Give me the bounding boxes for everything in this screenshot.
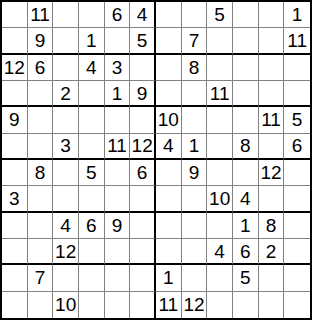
sudoku-cell-empty[interactable] xyxy=(28,292,54,318)
sudoku-cell-given[interactable]: 8 xyxy=(182,55,208,81)
sudoku-cell-empty[interactable] xyxy=(207,160,233,186)
sudoku-cell-empty[interactable] xyxy=(28,81,54,107)
sudoku-cell-given[interactable]: 1 xyxy=(284,2,310,28)
sudoku-cell-empty[interactable] xyxy=(182,186,208,212)
sudoku-cell-given[interactable]: 4 xyxy=(79,55,105,81)
sudoku-cell-given[interactable]: 6 xyxy=(79,213,105,239)
sudoku-cell-empty[interactable] xyxy=(53,2,79,28)
sudoku-cell-given[interactable]: 1 xyxy=(182,134,208,160)
sudoku-cell-given[interactable]: 1 xyxy=(79,28,105,54)
sudoku-cell-empty[interactable] xyxy=(2,160,28,186)
sudoku-cell-empty[interactable] xyxy=(53,107,79,133)
sudoku-cell-empty[interactable] xyxy=(105,186,131,212)
sudoku-cell-empty[interactable] xyxy=(259,186,285,212)
sudoku-cell-empty[interactable] xyxy=(284,265,310,291)
sudoku-cell-empty[interactable] xyxy=(130,239,156,265)
sudoku-cell-empty[interactable] xyxy=(105,265,131,291)
sudoku-cell-empty[interactable] xyxy=(105,239,131,265)
sudoku-cell-empty[interactable] xyxy=(182,81,208,107)
sudoku-cell-empty[interactable] xyxy=(53,265,79,291)
sudoku-cell-given[interactable]: 6 xyxy=(105,2,131,28)
sudoku-cell-empty[interactable] xyxy=(28,213,54,239)
sudoku-cell-given[interactable]: 3 xyxy=(53,134,79,160)
sudoku-cell-given[interactable]: 6 xyxy=(130,160,156,186)
sudoku-cell-empty[interactable] xyxy=(156,239,182,265)
sudoku-cell-given[interactable]: 12 xyxy=(182,292,208,318)
sudoku-cell-empty[interactable] xyxy=(207,107,233,133)
sudoku-cell-empty[interactable] xyxy=(53,160,79,186)
sudoku-cell-empty[interactable] xyxy=(130,55,156,81)
sudoku-cell-given[interactable]: 12 xyxy=(2,55,28,81)
sudoku-cell-given[interactable]: 10 xyxy=(207,186,233,212)
sudoku-cell-empty[interactable] xyxy=(105,292,131,318)
sudoku-cell-given[interactable]: 11 xyxy=(284,28,310,54)
sudoku-cell-empty[interactable] xyxy=(156,81,182,107)
sudoku-cell-empty[interactable] xyxy=(2,28,28,54)
sudoku-cell-given[interactable]: 11 xyxy=(259,107,285,133)
sudoku-cell-given[interactable]: 1 xyxy=(233,213,259,239)
sudoku-cell-empty[interactable] xyxy=(28,239,54,265)
sudoku-cell-empty[interactable] xyxy=(259,2,285,28)
sudoku-cell-empty[interactable] xyxy=(105,28,131,54)
sudoku-cell-empty[interactable] xyxy=(2,239,28,265)
sudoku-cell-empty[interactable] xyxy=(105,107,131,133)
sudoku-cell-empty[interactable] xyxy=(233,55,259,81)
sudoku-cell-empty[interactable] xyxy=(284,239,310,265)
sudoku-cell-empty[interactable] xyxy=(2,292,28,318)
sudoku-cell-empty[interactable] xyxy=(207,213,233,239)
sudoku-cell-empty[interactable] xyxy=(79,107,105,133)
sudoku-cell-given[interactable]: 4 xyxy=(53,213,79,239)
sudoku-cell-given[interactable]: 7 xyxy=(28,265,54,291)
sudoku-cell-given[interactable]: 2 xyxy=(53,81,79,107)
sudoku-cell-given[interactable]: 12 xyxy=(53,239,79,265)
sudoku-cell-empty[interactable] xyxy=(233,81,259,107)
sudoku-cell-empty[interactable] xyxy=(105,160,131,186)
sudoku-cell-given[interactable]: 1 xyxy=(105,81,131,107)
sudoku-cell-empty[interactable] xyxy=(233,292,259,318)
sudoku-cell-given[interactable]: 11 xyxy=(28,2,54,28)
sudoku-cell-empty[interactable] xyxy=(156,186,182,212)
sudoku-cell-empty[interactable] xyxy=(259,292,285,318)
sudoku-cell-given[interactable]: 2 xyxy=(259,239,285,265)
sudoku-cell-empty[interactable] xyxy=(233,28,259,54)
sudoku-cell-empty[interactable] xyxy=(284,55,310,81)
sudoku-cell-given[interactable]: 7 xyxy=(182,28,208,54)
sudoku-cell-empty[interactable] xyxy=(28,107,54,133)
sudoku-cell-given[interactable]: 9 xyxy=(2,107,28,133)
sudoku-cell-empty[interactable] xyxy=(2,81,28,107)
sudoku-cell-given[interactable]: 9 xyxy=(182,160,208,186)
sudoku-cell-given[interactable]: 4 xyxy=(207,239,233,265)
sudoku-cell-given[interactable]: 9 xyxy=(28,28,54,54)
sudoku-cell-given[interactable]: 6 xyxy=(233,239,259,265)
sudoku-cell-given[interactable]: 11 xyxy=(156,292,182,318)
sudoku-cell-empty[interactable] xyxy=(233,2,259,28)
sudoku-cell-empty[interactable] xyxy=(28,186,54,212)
sudoku-cell-empty[interactable] xyxy=(79,134,105,160)
sudoku-cell-empty[interactable] xyxy=(156,160,182,186)
sudoku-cell-empty[interactable] xyxy=(79,81,105,107)
sudoku-cell-given[interactable]: 5 xyxy=(79,160,105,186)
sudoku-cell-empty[interactable] xyxy=(79,265,105,291)
sudoku-cell-empty[interactable] xyxy=(182,239,208,265)
sudoku-cell-empty[interactable] xyxy=(284,292,310,318)
sudoku-cell-empty[interactable] xyxy=(182,2,208,28)
sudoku-cell-empty[interactable] xyxy=(28,134,54,160)
sudoku-cell-empty[interactable] xyxy=(284,160,310,186)
sudoku-cell-empty[interactable] xyxy=(284,186,310,212)
sudoku-cell-empty[interactable] xyxy=(182,213,208,239)
sudoku-cell-given[interactable]: 5 xyxy=(130,28,156,54)
sudoku-cell-given[interactable]: 11 xyxy=(105,134,131,160)
sudoku-cell-given[interactable]: 10 xyxy=(53,292,79,318)
sudoku-cell-empty[interactable] xyxy=(79,239,105,265)
sudoku-cell-given[interactable]: 4 xyxy=(233,186,259,212)
sudoku-cell-empty[interactable] xyxy=(207,292,233,318)
sudoku-cell-given[interactable]: 8 xyxy=(28,160,54,186)
sudoku-cell-empty[interactable] xyxy=(182,265,208,291)
sudoku-cell-given[interactable]: 9 xyxy=(105,213,131,239)
sudoku-cell-empty[interactable] xyxy=(2,213,28,239)
sudoku-cell-empty[interactable] xyxy=(130,213,156,239)
sudoku-cell-empty[interactable] xyxy=(2,265,28,291)
sudoku-cell-given[interactable]: 3 xyxy=(2,186,28,212)
sudoku-cell-given[interactable]: 1 xyxy=(156,265,182,291)
sudoku-cell-given[interactable]: 11 xyxy=(207,81,233,107)
sudoku-cell-empty[interactable] xyxy=(233,160,259,186)
sudoku-cell-empty[interactable] xyxy=(79,2,105,28)
sudoku-cell-empty[interactable] xyxy=(79,186,105,212)
sudoku-cell-given[interactable]: 5 xyxy=(233,265,259,291)
sudoku-cell-empty[interactable] xyxy=(284,213,310,239)
sudoku-cell-empty[interactable] xyxy=(207,55,233,81)
sudoku-cell-given[interactable]: 5 xyxy=(207,2,233,28)
sudoku-cell-empty[interactable] xyxy=(53,28,79,54)
sudoku-cell-empty[interactable] xyxy=(182,107,208,133)
sudoku-cell-empty[interactable] xyxy=(207,28,233,54)
sudoku-cell-given[interactable]: 5 xyxy=(284,107,310,133)
sudoku-cell-empty[interactable] xyxy=(130,186,156,212)
sudoku-cell-given[interactable]: 4 xyxy=(156,134,182,160)
sudoku-cell-empty[interactable] xyxy=(2,2,28,28)
sudoku-cell-empty[interactable] xyxy=(259,265,285,291)
sudoku-cell-empty[interactable] xyxy=(156,55,182,81)
sudoku-cell-given[interactable]: 12 xyxy=(259,160,285,186)
sudoku-cell-empty[interactable] xyxy=(2,134,28,160)
sudoku-cell-empty[interactable] xyxy=(156,28,182,54)
sudoku-cell-empty[interactable] xyxy=(53,186,79,212)
sudoku-cell-empty[interactable] xyxy=(207,265,233,291)
sudoku-cell-empty[interactable] xyxy=(259,81,285,107)
sudoku-cell-empty[interactable] xyxy=(130,265,156,291)
sudoku-cell-given[interactable]: 10 xyxy=(156,107,182,133)
sudoku-cell-given[interactable]: 12 xyxy=(130,134,156,160)
sudoku-cell-empty[interactable] xyxy=(259,134,285,160)
sudoku-cell-empty[interactable] xyxy=(79,292,105,318)
sudoku-cell-given[interactable]: 9 xyxy=(130,81,156,107)
sudoku-cell-empty[interactable] xyxy=(259,55,285,81)
sudoku-cell-empty[interactable] xyxy=(259,28,285,54)
sudoku-cell-given[interactable]: 6 xyxy=(28,55,54,81)
sudoku-cell-empty[interactable] xyxy=(53,55,79,81)
sudoku-cell-empty[interactable] xyxy=(207,134,233,160)
sudoku-cell-empty[interactable] xyxy=(233,107,259,133)
sudoku-cell-given[interactable]: 8 xyxy=(233,134,259,160)
sudoku-cell-given[interactable]: 4 xyxy=(130,2,156,28)
sudoku-cell-empty[interactable] xyxy=(156,2,182,28)
sudoku-cell-empty[interactable] xyxy=(156,213,182,239)
sudoku-cell-given[interactable]: 3 xyxy=(105,55,131,81)
sudoku-cell-given[interactable]: 8 xyxy=(259,213,285,239)
sudoku-board: 1164519157111264382191191011531112418685… xyxy=(0,0,312,320)
sudoku-cell-empty[interactable] xyxy=(284,81,310,107)
sudoku-cell-given[interactable]: 6 xyxy=(284,134,310,160)
sudoku-cell-empty[interactable] xyxy=(130,292,156,318)
sudoku-cell-empty[interactable] xyxy=(130,107,156,133)
